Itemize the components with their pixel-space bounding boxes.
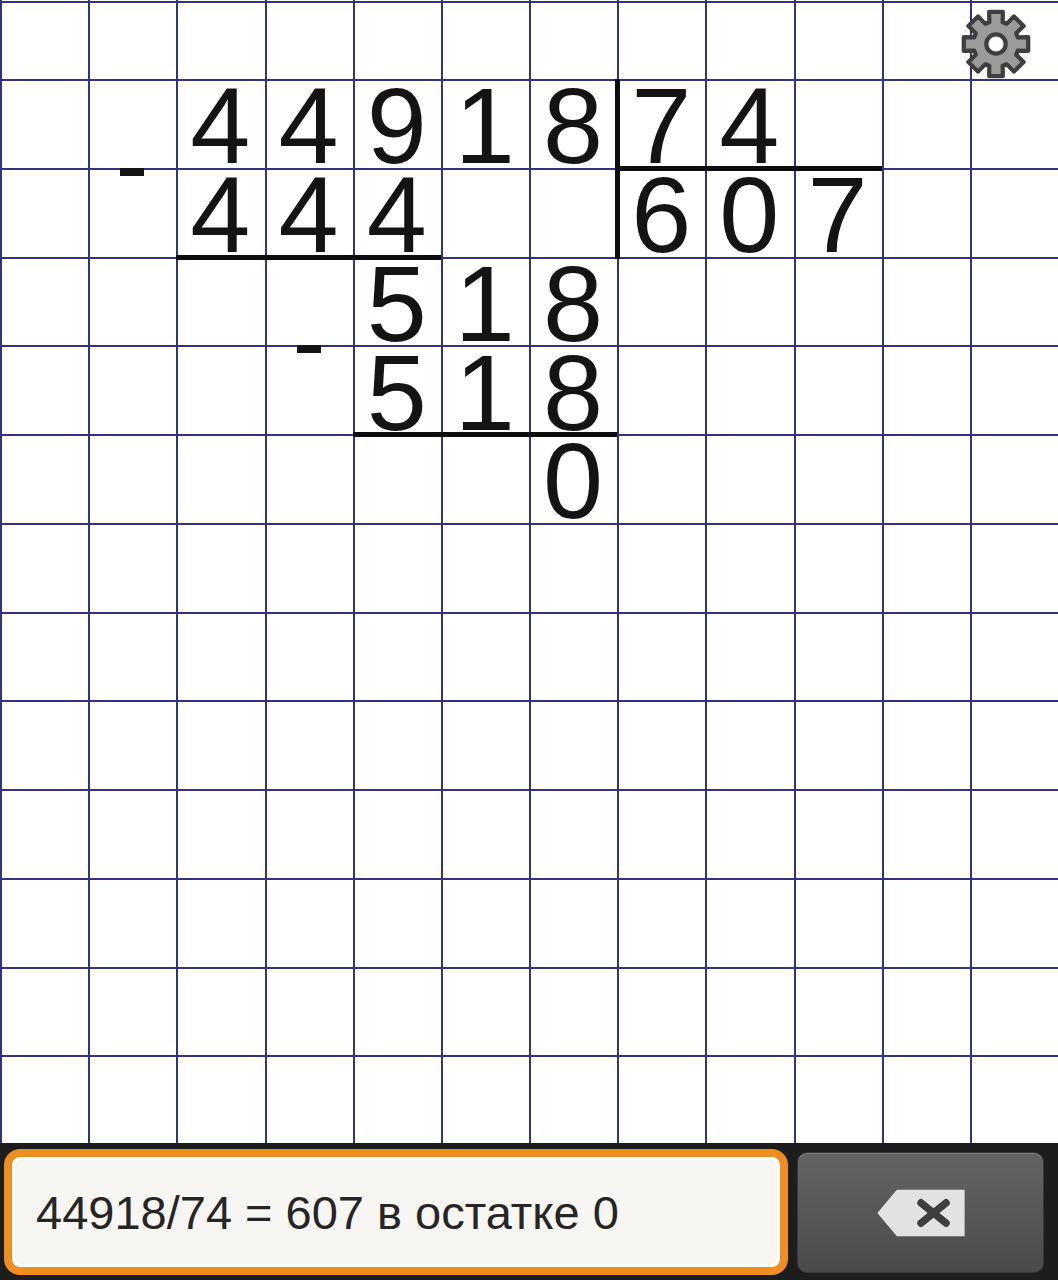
long-division-app: 44918744446075185180 44918/74 = 607 в ос…	[0, 0, 1058, 1280]
grid-digit[interactable]: 4	[176, 171, 264, 260]
grid-digit[interactable]: 6	[617, 171, 705, 260]
minus-sign	[297, 345, 321, 353]
grid-digit[interactable]: 7	[794, 171, 882, 260]
gear-hole	[986, 34, 1005, 53]
division-horizontal-rule	[617, 166, 882, 171]
answer-bar: 44918/74 = 607 в остатке 0	[0, 1143, 1058, 1280]
grid-digit[interactable]: 0	[529, 437, 617, 526]
settings-gear-icon[interactable]	[958, 6, 1034, 82]
backspace-button[interactable]	[797, 1152, 1044, 1273]
minus-sign	[120, 168, 144, 176]
grid-digit[interactable]: 0	[705, 171, 793, 260]
graph-paper-worksheet[interactable]: 44918744446075185180	[0, 0, 1058, 1143]
answer-input[interactable]: 44918/74 = 607 в остатке 0	[4, 1149, 788, 1275]
grid-digit[interactable]: 5	[353, 348, 441, 437]
grid-digit[interactable]: 4	[265, 171, 353, 260]
backspace-icon	[873, 1187, 969, 1239]
division-horizontal-rule	[353, 432, 618, 437]
answer-text: 44918/74 = 607 в остатке 0	[12, 1185, 619, 1240]
grid-digit[interactable]: 1	[441, 348, 529, 437]
division-horizontal-rule	[176, 255, 441, 260]
grid-digit[interactable]: 8	[529, 82, 617, 171]
grid-digit[interactable]: 1	[441, 82, 529, 171]
